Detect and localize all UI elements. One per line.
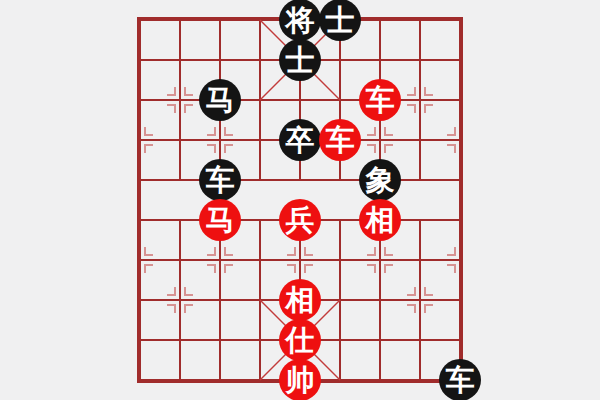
piece-black-general[interactable]: 将 [279,0,321,41]
piece-red-chariot[interactable]: 车 [359,79,401,121]
piece-black-horse[interactable]: 马 [199,79,241,121]
piece-black-elephant[interactable]: 象 [359,159,401,201]
piece-red-advisor[interactable]: 仕 [279,319,321,361]
piece-black-chariot[interactable]: 车 [199,159,241,201]
piece-red-horse[interactable]: 马 [199,199,241,241]
piece-red-elephant[interactable]: 相 [279,279,321,321]
piece-black-advisor[interactable]: 士 [279,39,321,81]
piece-red-elephant[interactable]: 相 [359,199,401,241]
piece-black-soldier[interactable]: 卒 [279,119,321,161]
piece-red-soldier[interactable]: 兵 [279,199,321,241]
xiangqi-board: 将士士马车卒车车象马兵相相仕帅车 [0,0,600,400]
piece-red-chariot[interactable]: 车 [319,119,361,161]
pieces-layer: 将士士马车卒车车象马兵相相仕帅车 [120,0,480,400]
piece-black-advisor[interactable]: 士 [319,0,361,41]
piece-red-general[interactable]: 帅 [279,359,321,400]
piece-black-chariot[interactable]: 车 [439,359,481,400]
